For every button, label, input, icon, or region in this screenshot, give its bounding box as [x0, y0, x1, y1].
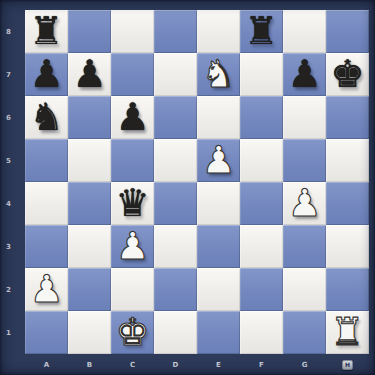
square-h8[interactable] — [326, 10, 369, 53]
square-h2[interactable] — [326, 268, 369, 311]
square-h1[interactable]: ♜ — [326, 311, 369, 354]
square-a6[interactable]: ♞ — [25, 96, 68, 139]
square-b5[interactable] — [68, 139, 111, 182]
file-label-text-e: E — [216, 361, 221, 369]
square-g6[interactable] — [283, 96, 326, 139]
square-e2[interactable] — [197, 268, 240, 311]
square-f1[interactable] — [240, 311, 283, 354]
file-label-g: G — [283, 357, 326, 373]
square-g2[interactable] — [283, 268, 326, 311]
square-h4[interactable] — [326, 182, 369, 225]
square-g7[interactable]: ♟ — [283, 53, 326, 96]
file-label-text-d: D — [173, 361, 179, 369]
square-f7[interactable] — [240, 53, 283, 96]
piece-white-knight-e7: ♞ — [201, 55, 235, 93]
square-c4[interactable]: ♛ — [111, 182, 154, 225]
square-c3[interactable]: ♟ — [111, 225, 154, 268]
square-a1[interactable] — [25, 311, 68, 354]
square-c6[interactable]: ♟ — [111, 96, 154, 139]
square-f8[interactable]: ♜ — [240, 10, 283, 53]
square-d4[interactable] — [154, 182, 197, 225]
square-e8[interactable] — [197, 10, 240, 53]
piece-black-pawn-b7: ♟ — [72, 55, 106, 93]
piece-white-king-c1: ♚ — [115, 313, 149, 351]
file-label-text-b: B — [87, 361, 92, 369]
piece-black-pawn-g7: ♟ — [287, 55, 321, 93]
square-c5[interactable] — [111, 139, 154, 182]
square-d7[interactable] — [154, 53, 197, 96]
square-f2[interactable] — [240, 268, 283, 311]
rank-label-2: 2 — [1, 268, 16, 311]
piece-black-pawn-a7: ♟ — [29, 55, 63, 93]
square-e6[interactable] — [197, 96, 240, 139]
square-d8[interactable] — [154, 10, 197, 53]
square-h5[interactable] — [326, 139, 369, 182]
square-b4[interactable] — [68, 182, 111, 225]
piece-black-rook-a8: ♜ — [29, 12, 63, 50]
square-a8[interactable]: ♜ — [25, 10, 68, 53]
rank-label-4: 4 — [1, 182, 16, 225]
rank-label-6: 6 — [1, 96, 16, 139]
square-g8[interactable] — [283, 10, 326, 53]
square-a3[interactable] — [25, 225, 68, 268]
rank-label-5: 5 — [1, 139, 16, 182]
square-a2[interactable]: ♟ — [25, 268, 68, 311]
square-g4[interactable]: ♟ — [283, 182, 326, 225]
square-d5[interactable] — [154, 139, 197, 182]
square-c2[interactable] — [111, 268, 154, 311]
square-g1[interactable] — [283, 311, 326, 354]
square-a4[interactable] — [25, 182, 68, 225]
square-b3[interactable] — [68, 225, 111, 268]
piece-white-rook-h1: ♜ — [330, 313, 364, 351]
rank-label-7: 7 — [1, 53, 16, 96]
square-f6[interactable] — [240, 96, 283, 139]
square-e3[interactable] — [197, 225, 240, 268]
square-b8[interactable] — [68, 10, 111, 53]
file-label-f: F — [240, 357, 283, 373]
square-b6[interactable] — [68, 96, 111, 139]
square-h6[interactable] — [326, 96, 369, 139]
rank-label-3: 3 — [1, 225, 16, 268]
square-e1[interactable] — [197, 311, 240, 354]
file-label-a: A — [25, 357, 68, 373]
square-d1[interactable] — [154, 311, 197, 354]
square-f5[interactable] — [240, 139, 283, 182]
rank-label-1: 1 — [1, 311, 16, 354]
file-label-text-c: C — [130, 361, 135, 369]
file-label-h: H — [326, 357, 369, 373]
piece-black-rook-f8: ♜ — [244, 12, 278, 50]
file-label-text-g: G — [302, 361, 308, 369]
square-d6[interactable] — [154, 96, 197, 139]
piece-black-pawn-c6: ♟ — [115, 98, 149, 136]
square-e4[interactable] — [197, 182, 240, 225]
file-label-text-a: A — [44, 361, 49, 369]
file-label-c: C — [111, 357, 154, 373]
piece-black-knight-a6: ♞ — [29, 98, 63, 136]
piece-white-pawn-a2: ♟ — [29, 270, 63, 308]
square-c1[interactable]: ♚ — [111, 311, 154, 354]
square-g3[interactable] — [283, 225, 326, 268]
piece-white-pawn-c3: ♟ — [115, 227, 149, 265]
square-c8[interactable] — [111, 10, 154, 53]
square-e7[interactable]: ♞ — [197, 53, 240, 96]
square-d2[interactable] — [154, 268, 197, 311]
file-label-text-f: F — [259, 361, 264, 369]
square-h3[interactable] — [326, 225, 369, 268]
square-g5[interactable] — [283, 139, 326, 182]
piece-black-queen-c4: ♛ — [115, 184, 149, 222]
square-d3[interactable] — [154, 225, 197, 268]
square-f3[interactable] — [240, 225, 283, 268]
rank-label-8: 8 — [1, 10, 16, 53]
square-a5[interactable] — [25, 139, 68, 182]
square-b2[interactable] — [68, 268, 111, 311]
square-c7[interactable] — [111, 53, 154, 96]
square-e5[interactable]: ♟ — [197, 139, 240, 182]
square-f4[interactable] — [240, 182, 283, 225]
chess-app-window: ♜♜♟♟♞♟♚♞♟♟♛♟♟♟♚♜ 87654321 ABCDEFGH — [0, 0, 375, 375]
piece-black-king-h7: ♚ — [330, 55, 364, 93]
file-label-b: B — [68, 357, 111, 373]
square-a7[interactable]: ♟ — [25, 53, 68, 96]
file-label-d: D — [154, 357, 197, 373]
file-label-e: E — [197, 357, 240, 373]
chess-board: ♜♜♟♟♞♟♚♞♟♟♛♟♟♟♚♜ — [25, 10, 369, 354]
square-h7[interactable]: ♚ — [326, 53, 369, 96]
piece-white-pawn-g4: ♟ — [287, 184, 321, 222]
piece-white-pawn-e5: ♟ — [201, 141, 235, 179]
square-b7[interactable]: ♟ — [68, 53, 111, 96]
file-label-text-h: H — [342, 360, 353, 370]
square-b1[interactable] — [68, 311, 111, 354]
